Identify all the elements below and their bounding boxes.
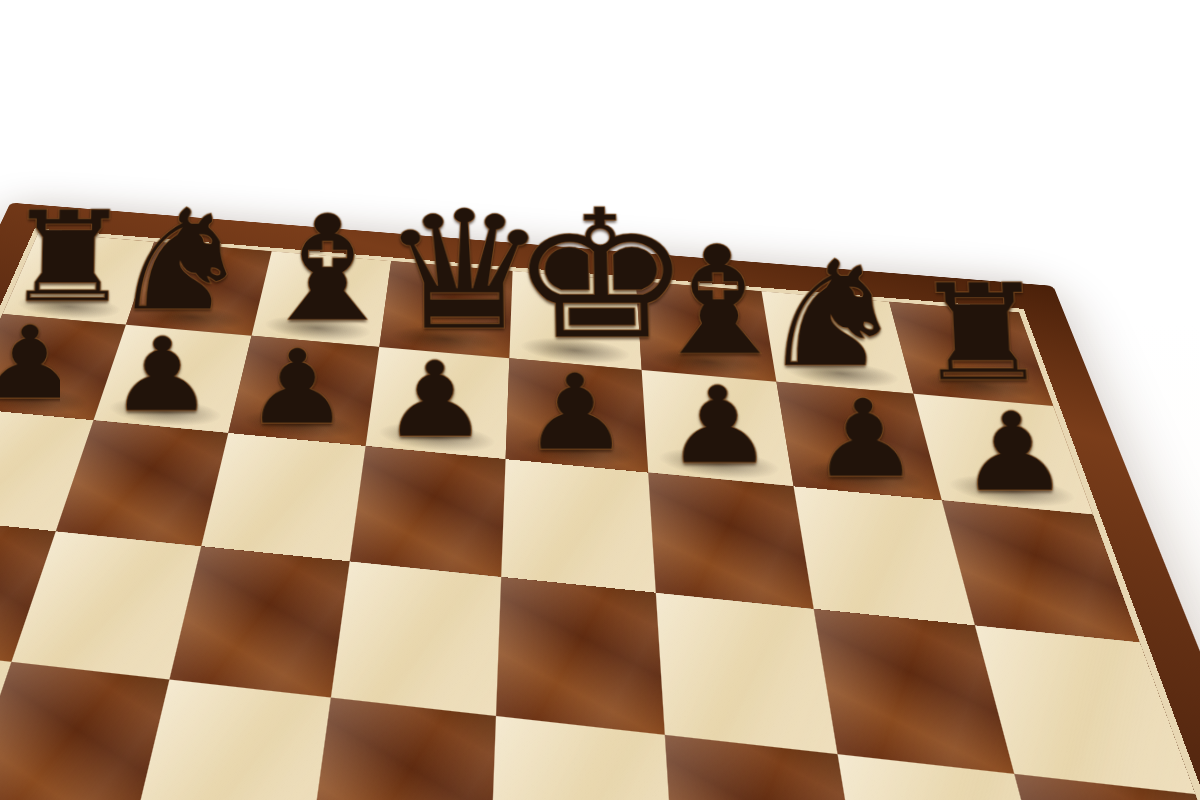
square-e6 [501,459,656,593]
black-bishop: ♝ [251,200,380,339]
square-g7: ♟ [776,382,941,501]
chess-photo-scene: ♜♞♝♛♚♝♞♜♟♟♟♟♟♟♟♟ [0,0,1200,800]
black-queen: ♛ [379,193,509,349]
black-king: ♚ [507,192,640,361]
black-pawn: ♟ [791,387,938,490]
square-c6 [201,433,365,561]
square-d5 [331,561,501,716]
black-pawn: ♟ [93,326,231,423]
square-h7: ♟ [914,394,1093,515]
black-pawn: ♟ [505,362,647,462]
square-f6 [648,473,813,609]
black-knight: ♞ [773,245,911,384]
square-d4 [308,698,496,800]
black-knight: ♞ [125,195,253,328]
black-pawn: ♟ [228,338,366,436]
square-d7: ♟ [366,347,510,459]
square-b4 [0,662,169,800]
board-grid: ♜♞♝♛♚♝♞♜♟♟♟♟♟♟♟♟ [0,232,1200,800]
black-pawn: ♟ [0,314,98,410]
square-f7: ♟ [642,370,794,486]
square-d6 [350,446,506,577]
black-pawn: ♟ [938,400,1088,504]
square-f5 [656,593,838,754]
square-e7: ♟ [506,358,649,472]
black-pawn: ♟ [365,350,505,449]
square-e5 [496,577,665,735]
board-inlay-frame: ♜♞♝♛♚♝♞♜♟♟♟♟♟♟♟♟ [0,228,1200,800]
square-c7: ♟ [228,336,379,446]
chess-board: ♜♞♝♛♚♝♞♜♟♟♟♟♟♟♟♟ [0,203,1200,800]
square-g5 [814,609,1015,774]
black-pawn: ♟ [647,375,792,476]
black-rook: ♜ [909,269,1049,396]
square-c5 [169,546,349,697]
square-b5 [11,531,201,679]
